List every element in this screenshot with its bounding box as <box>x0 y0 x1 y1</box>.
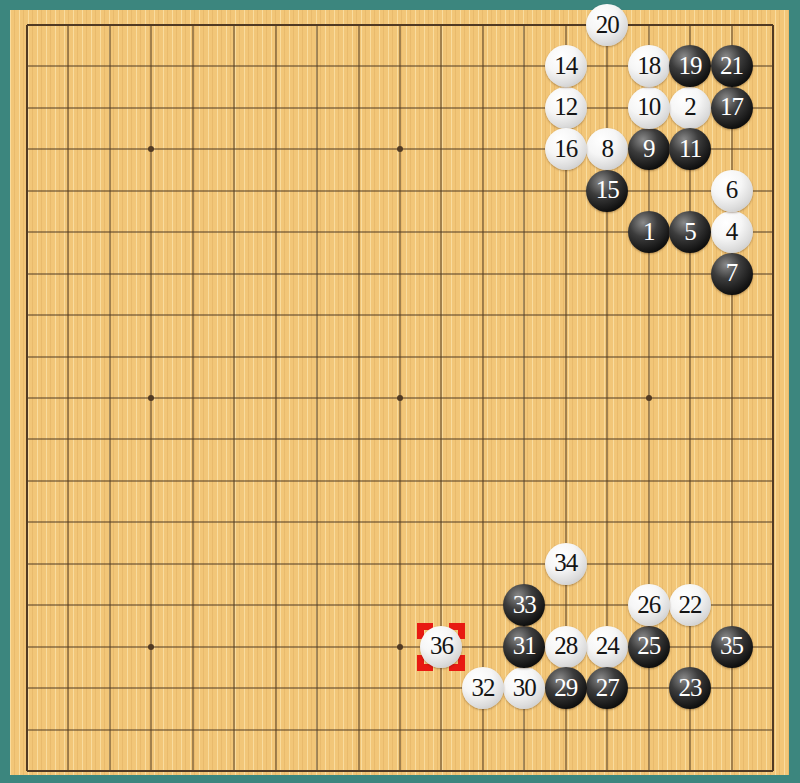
move-number: 11 <box>679 136 701 163</box>
stone-white-34-O6: 34 <box>545 543 587 585</box>
star-point <box>397 146 403 152</box>
move-number: 34 <box>554 550 577 577</box>
move-number: 1 <box>643 219 655 246</box>
stone-white-20-P19: 20 <box>586 4 628 46</box>
stone-black-31-N4: 31 <box>503 626 545 668</box>
move-number: 23 <box>679 675 702 702</box>
move-number: 25 <box>637 633 660 660</box>
stone-black-27-P3: 27 <box>586 667 628 709</box>
stone-white-22-R5: 22 <box>669 584 711 626</box>
move-number: 19 <box>679 53 702 80</box>
stone-black-1-Q14: 1 <box>628 211 670 253</box>
move-number: 26 <box>637 592 660 619</box>
grid-line <box>27 480 773 481</box>
move-number: 16 <box>554 136 577 163</box>
stone-white-28-O4: 28 <box>545 626 587 668</box>
star-point <box>148 395 154 401</box>
move-number: 36 <box>430 633 453 660</box>
stone-black-17-S17: 17 <box>711 87 753 129</box>
stone-black-29-O3: 29 <box>545 667 587 709</box>
star-point <box>148 146 154 152</box>
move-number: 21 <box>720 53 743 80</box>
grid-line <box>27 729 773 730</box>
stone-white-6-S15: 6 <box>711 170 753 212</box>
stone-white-16-O16: 16 <box>545 128 587 170</box>
stone-black-9-Q16: 9 <box>628 128 670 170</box>
grid-line <box>482 25 483 771</box>
grid-line <box>27 563 773 564</box>
star-point <box>397 644 403 650</box>
grid-line <box>27 688 773 689</box>
stone-white-14-O18: 14 <box>545 45 587 87</box>
stone-white-32-M3: 32 <box>462 667 504 709</box>
move-number: 8 <box>601 136 613 163</box>
stone-black-11-R16: 11 <box>669 128 711 170</box>
stone-white-8-P16: 8 <box>586 128 628 170</box>
move-number: 20 <box>596 12 619 39</box>
move-number: 12 <box>554 94 577 121</box>
stone-black-19-R18: 19 <box>669 45 711 87</box>
board-grid[interactable]: 1245678910111214151617181920212223242526… <box>27 25 773 771</box>
move-number: 4 <box>726 219 738 246</box>
move-number: 17 <box>720 94 743 121</box>
move-number: 14 <box>554 53 577 80</box>
move-number: 35 <box>720 633 743 660</box>
move-number: 31 <box>513 633 536 660</box>
move-number: 29 <box>554 675 577 702</box>
stone-black-5-R14: 5 <box>669 211 711 253</box>
stone-black-15-P15: 15 <box>586 170 628 212</box>
move-number: 18 <box>637 53 660 80</box>
stone-black-7-S13: 7 <box>711 253 753 295</box>
move-number: 28 <box>554 633 577 660</box>
stone-white-18-Q18: 18 <box>628 45 670 87</box>
grid-line <box>27 439 773 440</box>
grid-line <box>27 770 773 772</box>
stone-black-23-R3: 23 <box>669 667 711 709</box>
move-number: 32 <box>471 675 494 702</box>
stone-white-36-L4: 36 <box>420 626 462 668</box>
move-number: 5 <box>684 219 696 246</box>
move-number: 30 <box>513 675 536 702</box>
move-number: 22 <box>679 592 702 619</box>
star-point <box>148 644 154 650</box>
move-number: 24 <box>596 633 619 660</box>
move-number: 6 <box>726 177 738 204</box>
stone-white-30-N3: 30 <box>503 667 545 709</box>
grid-line <box>772 25 774 771</box>
stone-white-26-Q5: 26 <box>628 584 670 626</box>
stone-black-33-N5: 33 <box>503 584 545 626</box>
move-number: 27 <box>596 675 619 702</box>
star-point <box>646 395 652 401</box>
grid-line <box>27 522 773 523</box>
move-number: 15 <box>596 177 619 204</box>
stone-white-24-P4: 24 <box>586 626 628 668</box>
stone-black-25-Q4: 25 <box>628 626 670 668</box>
move-number: 10 <box>637 94 660 121</box>
go-board-frame: 1245678910111214151617181920212223242526… <box>0 0 800 783</box>
stone-white-10-Q17: 10 <box>628 87 670 129</box>
stone-white-2-R17: 2 <box>669 87 711 129</box>
stone-black-35-S4: 35 <box>711 626 753 668</box>
move-number: 9 <box>643 136 655 163</box>
move-number: 33 <box>513 592 536 619</box>
move-number: 2 <box>684 94 696 121</box>
stone-white-12-O17: 12 <box>545 87 587 129</box>
stone-black-21-S18: 21 <box>711 45 753 87</box>
move-number: 7 <box>726 260 738 287</box>
star-point <box>397 395 403 401</box>
stone-white-4-S14: 4 <box>711 211 753 253</box>
